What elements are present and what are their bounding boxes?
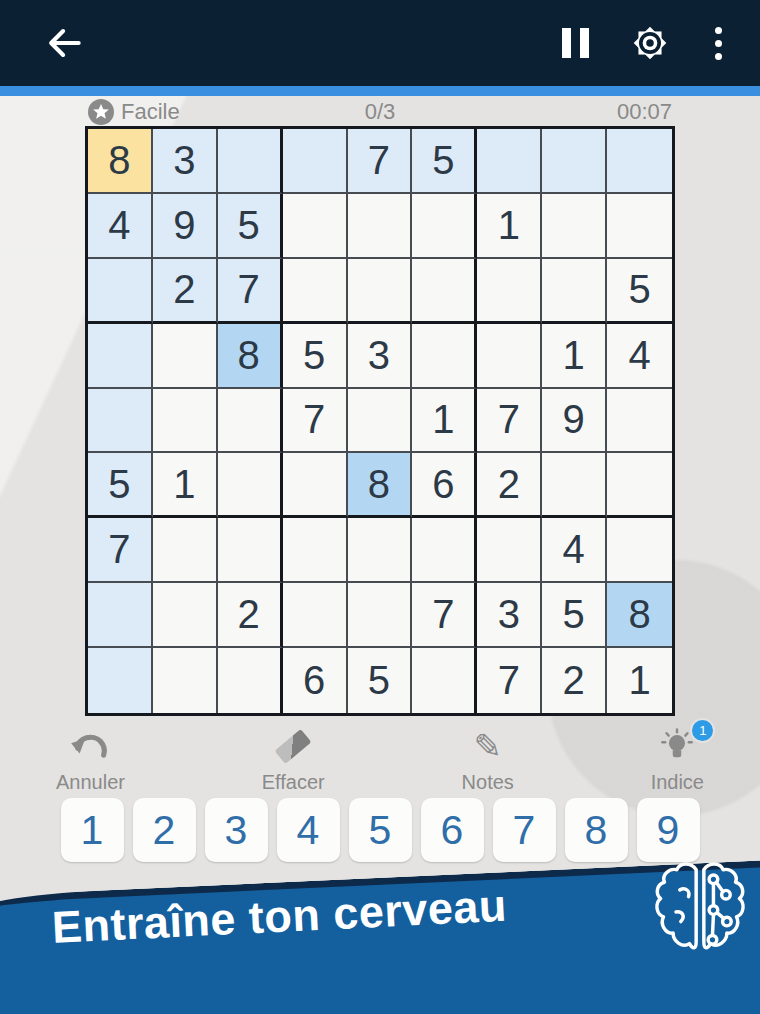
cell-r3c6[interactable] (412, 259, 477, 324)
cell-r8c1[interactable] (88, 583, 153, 648)
cell-r4c3[interactable]: 8 (218, 324, 283, 389)
undo-icon (69, 728, 111, 764)
cell-r1c1[interactable]: 8 (88, 129, 153, 194)
cell-r4c7[interactable] (477, 324, 542, 389)
cell-r1c9[interactable] (607, 129, 672, 194)
cell-r7c4[interactable] (283, 518, 348, 583)
cell-r2c4[interactable] (283, 194, 348, 259)
cell-r3c8[interactable] (542, 259, 607, 324)
cell-r6c6[interactable]: 6 (412, 453, 477, 518)
cell-r7c9[interactable] (607, 518, 672, 583)
cell-r4c6[interactable] (412, 324, 477, 389)
cell-r1c6[interactable]: 5 (412, 129, 477, 194)
status-row: Facile 0/3 00:07 (88, 99, 672, 125)
cell-r2c6[interactable] (412, 194, 477, 259)
accent-strip (0, 86, 760, 96)
cell-r2c9[interactable] (607, 194, 672, 259)
ad-banner: Entraîne ton cerveau (0, 856, 760, 1014)
cell-r1c8[interactable] (542, 129, 607, 194)
mistakes-counter: 0/3 (88, 99, 672, 125)
cell-r8c5[interactable] (348, 583, 413, 648)
cell-r7c1[interactable]: 7 (88, 518, 153, 583)
numpad-5[interactable]: 5 (349, 798, 412, 862)
cell-r5c5[interactable] (348, 389, 413, 454)
cell-r5c3[interactable] (218, 389, 283, 454)
brain-icon (652, 856, 748, 966)
cell-r6c8[interactable] (542, 453, 607, 518)
erase-button[interactable]: Effacer (262, 728, 325, 794)
cell-r7c5[interactable] (348, 518, 413, 583)
cell-r1c3[interactable] (218, 129, 283, 194)
numpad-9[interactable]: 9 (637, 798, 700, 862)
cell-r9c5[interactable]: 5 (348, 648, 413, 713)
numpad-3[interactable]: 3 (205, 798, 268, 862)
cell-r5c4[interactable]: 7 (283, 389, 348, 454)
gear-icon (629, 22, 671, 64)
cell-r9c2[interactable] (153, 648, 218, 713)
cell-r2c5[interactable] (348, 194, 413, 259)
cell-r3c9[interactable]: 5 (607, 259, 672, 324)
cell-r2c3[interactable]: 5 (218, 194, 283, 259)
back-button[interactable] (40, 21, 88, 65)
cell-r8c8[interactable]: 5 (542, 583, 607, 648)
cell-r6c1[interactable]: 5 (88, 453, 153, 518)
hint-button[interactable]: 1 Indice (651, 728, 704, 794)
cell-r7c8[interactable]: 4 (542, 518, 607, 583)
cell-r4c8[interactable]: 1 (542, 324, 607, 389)
cell-r6c3[interactable] (218, 453, 283, 518)
cell-r6c5[interactable]: 8 (348, 453, 413, 518)
cell-r4c5[interactable]: 3 (348, 324, 413, 389)
hint-label: Indice (651, 771, 704, 794)
numpad-2[interactable]: 2 (133, 798, 196, 862)
cell-r6c4[interactable] (283, 453, 348, 518)
cell-r8c2[interactable] (153, 583, 218, 648)
cell-r9c1[interactable] (88, 648, 153, 713)
cell-r7c2[interactable] (153, 518, 218, 583)
cell-r5c8[interactable]: 9 (542, 389, 607, 454)
lightbulb-icon: 1 (655, 728, 699, 764)
cell-r6c9[interactable] (607, 453, 672, 518)
cell-r6c2[interactable]: 1 (153, 453, 218, 518)
cell-r4c4[interactable]: 5 (283, 324, 348, 389)
sudoku-board: 8375495127585314717951862742735865721 (85, 126, 675, 716)
cell-r3c3[interactable]: 7 (218, 259, 283, 324)
cell-r7c6[interactable] (412, 518, 477, 583)
cell-r4c1[interactable] (88, 324, 153, 389)
cell-r3c2[interactable]: 2 (153, 259, 218, 324)
cell-r5c9[interactable] (607, 389, 672, 454)
cell-r1c4[interactable] (283, 129, 348, 194)
eraser-icon (276, 728, 310, 764)
overflow-menu-button[interactable] (707, 23, 730, 64)
cell-r7c7[interactable] (477, 518, 542, 583)
cell-r9c7[interactable]: 7 (477, 648, 542, 713)
cell-r9c4[interactable]: 6 (283, 648, 348, 713)
top-bar (0, 0, 760, 86)
cell-r8c7[interactable]: 3 (477, 583, 542, 648)
cell-r1c5[interactable]: 7 (348, 129, 413, 194)
cell-r8c9[interactable]: 8 (607, 583, 672, 648)
cell-r9c3[interactable] (218, 648, 283, 713)
pause-button[interactable] (558, 24, 593, 62)
cell-r3c1[interactable] (88, 259, 153, 324)
cell-r1c7[interactable] (477, 129, 542, 194)
cell-r2c8[interactable] (542, 194, 607, 259)
numpad-4[interactable]: 4 (277, 798, 340, 862)
cell-r8c4[interactable] (283, 583, 348, 648)
erase-label: Effacer (262, 771, 325, 794)
cell-r9c9[interactable]: 1 (607, 648, 672, 713)
cell-r2c1[interactable]: 4 (88, 194, 153, 259)
numpad-1[interactable]: 1 (61, 798, 124, 862)
cell-r3c7[interactable] (477, 259, 542, 324)
undo-label: Annuler (56, 771, 125, 794)
cell-r4c9[interactable]: 4 (607, 324, 672, 389)
notes-button[interactable]: ✎ Notes (462, 728, 514, 794)
cell-r5c1[interactable] (88, 389, 153, 454)
cell-r3c4[interactable] (283, 259, 348, 324)
numpad-6[interactable]: 6 (421, 798, 484, 862)
cell-r2c2[interactable]: 9 (153, 194, 218, 259)
cell-r4c2[interactable] (153, 324, 218, 389)
cell-r7c3[interactable] (218, 518, 283, 583)
pencil-icon: ✎ (473, 728, 502, 764)
cell-r3c5[interactable] (348, 259, 413, 324)
hint-count-badge: 1 (690, 718, 715, 743)
cell-r9c6[interactable] (412, 648, 477, 713)
cell-r9c8[interactable]: 2 (542, 648, 607, 713)
back-arrow-icon (42, 23, 86, 63)
cell-r5c7[interactable]: 7 (477, 389, 542, 454)
cell-r1c2[interactable]: 3 (153, 129, 218, 194)
undo-button[interactable]: Annuler (56, 728, 125, 794)
numpad-8[interactable]: 8 (565, 798, 628, 862)
number-pad: 123456789 (0, 798, 760, 862)
notes-label: Notes (462, 771, 514, 794)
cell-r5c2[interactable] (153, 389, 218, 454)
cell-r6c7[interactable]: 2 (477, 453, 542, 518)
toolbar: Annuler Effacer ✎ Notes (0, 716, 760, 796)
settings-button[interactable] (629, 22, 671, 64)
cell-r8c6[interactable]: 7 (412, 583, 477, 648)
cell-r5c6[interactable]: 1 (412, 389, 477, 454)
numpad-7[interactable]: 7 (493, 798, 556, 862)
cell-r2c7[interactable]: 1 (477, 194, 542, 259)
cell-r8c3[interactable]: 2 (218, 583, 283, 648)
